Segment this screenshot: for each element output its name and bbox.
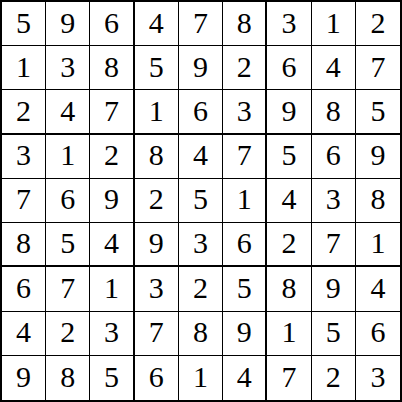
cell-r6c7: 2 <box>267 223 311 267</box>
cell-r9c2: 8 <box>46 356 90 400</box>
cell-r9c4: 6 <box>135 356 179 400</box>
cell-r3c8: 8 <box>312 90 356 134</box>
cell-r3c4: 1 <box>135 90 179 134</box>
cell-r3c7: 9 <box>267 90 311 134</box>
cell-r5c9: 8 <box>356 179 400 223</box>
cell-r7c9: 4 <box>356 267 400 311</box>
cell-r5c4: 2 <box>135 179 179 223</box>
cell-r7c7: 8 <box>267 267 311 311</box>
cell-r6c5: 3 <box>179 223 223 267</box>
cell-r9c7: 7 <box>267 356 311 400</box>
cell-r2c9: 7 <box>356 46 400 90</box>
cell-r8c7: 1 <box>267 312 311 356</box>
cell-r9c5: 1 <box>179 356 223 400</box>
cell-r3c2: 4 <box>46 90 90 134</box>
cell-r2c6: 2 <box>223 46 267 90</box>
cell-r8c1: 4 <box>2 312 46 356</box>
cell-r7c1: 6 <box>2 267 46 311</box>
cell-r2c4: 5 <box>135 46 179 90</box>
cell-r3c9: 5 <box>356 90 400 134</box>
cell-r4c5: 4 <box>179 135 223 179</box>
cell-r7c4: 3 <box>135 267 179 311</box>
cell-r4c8: 6 <box>312 135 356 179</box>
cell-r6c1: 8 <box>2 223 46 267</box>
cell-r9c3: 5 <box>90 356 134 400</box>
cell-r7c5: 2 <box>179 267 223 311</box>
cell-r4c7: 5 <box>267 135 311 179</box>
cell-r3c6: 3 <box>223 90 267 134</box>
cell-r2c2: 3 <box>46 46 90 90</box>
cell-r5c8: 3 <box>312 179 356 223</box>
cell-r4c6: 7 <box>223 135 267 179</box>
cell-r9c6: 4 <box>223 356 267 400</box>
cell-r9c9: 3 <box>356 356 400 400</box>
cell-r6c8: 7 <box>312 223 356 267</box>
cell-r4c9: 9 <box>356 135 400 179</box>
cell-r8c8: 5 <box>312 312 356 356</box>
cell-r1c4: 4 <box>135 2 179 46</box>
cell-r8c3: 3 <box>90 312 134 356</box>
cell-r3c1: 2 <box>2 90 46 134</box>
cell-r4c1: 3 <box>2 135 46 179</box>
cell-r2c5: 9 <box>179 46 223 90</box>
cell-r8c4: 7 <box>135 312 179 356</box>
cell-r5c2: 6 <box>46 179 90 223</box>
cell-r5c6: 1 <box>223 179 267 223</box>
cell-r5c5: 5 <box>179 179 223 223</box>
cell-r5c3: 9 <box>90 179 134 223</box>
cell-r9c1: 9 <box>2 356 46 400</box>
cell-r3c5: 6 <box>179 90 223 134</box>
cell-r1c5: 7 <box>179 2 223 46</box>
cell-r6c3: 4 <box>90 223 134 267</box>
cell-r5c7: 4 <box>267 179 311 223</box>
cell-r6c4: 9 <box>135 223 179 267</box>
cell-r6c6: 6 <box>223 223 267 267</box>
cell-r7c8: 9 <box>312 267 356 311</box>
cell-r2c1: 1 <box>2 46 46 90</box>
cell-r8c2: 2 <box>46 312 90 356</box>
cell-r1c1: 5 <box>2 2 46 46</box>
cell-r8c9: 6 <box>356 312 400 356</box>
cell-r2c3: 8 <box>90 46 134 90</box>
cell-r6c2: 5 <box>46 223 90 267</box>
cell-r7c6: 5 <box>223 267 267 311</box>
cell-r1c8: 1 <box>312 2 356 46</box>
cell-r8c5: 8 <box>179 312 223 356</box>
cell-r4c4: 8 <box>135 135 179 179</box>
cell-r5c1: 7 <box>2 179 46 223</box>
cell-r9c8: 2 <box>312 356 356 400</box>
cell-r7c2: 7 <box>46 267 90 311</box>
cell-r2c8: 4 <box>312 46 356 90</box>
cell-r2c7: 6 <box>267 46 311 90</box>
cell-r1c9: 2 <box>356 2 400 46</box>
cell-r1c6: 8 <box>223 2 267 46</box>
cell-r6c9: 1 <box>356 223 400 267</box>
cell-r3c3: 7 <box>90 90 134 134</box>
cell-r4c3: 2 <box>90 135 134 179</box>
sudoku-board: 5 9 6 4 7 8 3 1 2 1 3 8 5 9 2 6 4 7 2 4 … <box>0 0 402 402</box>
cell-r1c7: 3 <box>267 2 311 46</box>
cell-r1c2: 9 <box>46 2 90 46</box>
cell-r7c3: 1 <box>90 267 134 311</box>
cell-r8c6: 9 <box>223 312 267 356</box>
cell-r1c3: 6 <box>90 2 134 46</box>
cell-r4c2: 1 <box>46 135 90 179</box>
